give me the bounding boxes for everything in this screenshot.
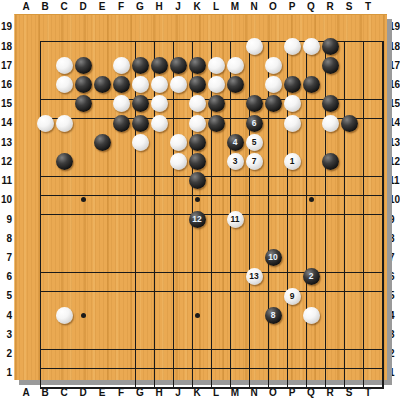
point-G13[interactable] — [131, 133, 150, 152]
point-P9[interactable] — [283, 210, 302, 229]
point-H2[interactable] — [150, 344, 169, 363]
point-S7[interactable] — [340, 248, 359, 267]
point-P16[interactable] — [283, 75, 302, 94]
point-K7[interactable] — [188, 248, 207, 267]
point-M17[interactable] — [226, 56, 245, 75]
point-A9[interactable] — [17, 210, 36, 229]
point-M8[interactable] — [226, 229, 245, 248]
point-H14[interactable] — [150, 113, 169, 132]
point-A14[interactable] — [17, 113, 36, 132]
point-S18[interactable] — [340, 37, 359, 56]
point-O9[interactable] — [264, 210, 283, 229]
point-F1[interactable] — [112, 363, 131, 382]
point-H15[interactable] — [150, 94, 169, 113]
point-T15[interactable] — [359, 94, 378, 113]
point-P7[interactable] — [283, 248, 302, 267]
point-L8[interactable] — [207, 229, 226, 248]
point-F12[interactable] — [112, 152, 131, 171]
point-N16[interactable] — [245, 75, 264, 94]
point-T9[interactable] — [359, 210, 378, 229]
point-P12[interactable]: 1 — [283, 152, 302, 171]
point-K11[interactable] — [188, 171, 207, 190]
point-E19[interactable] — [93, 17, 112, 36]
point-G15[interactable] — [131, 94, 150, 113]
point-C14[interactable] — [55, 113, 74, 132]
point-Q2[interactable] — [302, 344, 321, 363]
point-K4[interactable] — [188, 306, 207, 325]
point-R13[interactable] — [321, 133, 340, 152]
point-S12[interactable] — [340, 152, 359, 171]
point-G12[interactable] — [131, 152, 150, 171]
point-P1[interactable] — [283, 363, 302, 382]
point-A19[interactable] — [17, 17, 36, 36]
point-A16[interactable] — [17, 75, 36, 94]
point-F16[interactable] — [112, 75, 131, 94]
point-Q10[interactable] — [302, 190, 321, 209]
point-Q9[interactable] — [302, 210, 321, 229]
point-C13[interactable] — [55, 133, 74, 152]
point-K5[interactable] — [188, 286, 207, 305]
point-H13[interactable] — [150, 133, 169, 152]
point-H18[interactable] — [150, 37, 169, 56]
point-E13[interactable] — [93, 133, 112, 152]
point-R19[interactable] — [321, 17, 340, 36]
point-F17[interactable] — [112, 56, 131, 75]
point-C4[interactable] — [55, 306, 74, 325]
point-B4[interactable] — [36, 306, 55, 325]
point-O12[interactable] — [264, 152, 283, 171]
point-P2[interactable] — [283, 344, 302, 363]
point-F3[interactable] — [112, 325, 131, 344]
point-T12[interactable] — [359, 152, 378, 171]
point-M4[interactable] — [226, 306, 245, 325]
point-C8[interactable] — [55, 229, 74, 248]
point-C1[interactable] — [55, 363, 74, 382]
point-R10[interactable] — [321, 190, 340, 209]
point-C15[interactable] — [55, 94, 74, 113]
point-Q11[interactable] — [302, 171, 321, 190]
point-B11[interactable] — [36, 171, 55, 190]
point-S11[interactable] — [340, 171, 359, 190]
point-H16[interactable] — [150, 75, 169, 94]
point-J12[interactable] — [169, 152, 188, 171]
point-G10[interactable] — [131, 190, 150, 209]
point-J6[interactable] — [169, 267, 188, 286]
point-S16[interactable] — [340, 75, 359, 94]
point-B3[interactable] — [36, 325, 55, 344]
point-S13[interactable] — [340, 133, 359, 152]
point-C9[interactable] — [55, 210, 74, 229]
point-G9[interactable] — [131, 210, 150, 229]
point-D6[interactable] — [74, 267, 93, 286]
point-L1[interactable] — [207, 363, 226, 382]
point-O3[interactable] — [264, 325, 283, 344]
point-M9[interactable]: 11 — [226, 210, 245, 229]
point-B14[interactable] — [36, 113, 55, 132]
point-K17[interactable] — [188, 56, 207, 75]
point-K18[interactable] — [188, 37, 207, 56]
point-H10[interactable] — [150, 190, 169, 209]
point-M7[interactable] — [226, 248, 245, 267]
point-P19[interactable] — [283, 17, 302, 36]
point-H11[interactable] — [150, 171, 169, 190]
point-M14[interactable] — [226, 113, 245, 132]
point-R17[interactable] — [321, 56, 340, 75]
point-G14[interactable] — [131, 113, 150, 132]
point-T3[interactable] — [359, 325, 378, 344]
point-O19[interactable] — [264, 17, 283, 36]
point-J18[interactable] — [169, 37, 188, 56]
point-L13[interactable] — [207, 133, 226, 152]
point-E8[interactable] — [93, 229, 112, 248]
point-N5[interactable] — [245, 286, 264, 305]
point-J11[interactable] — [169, 171, 188, 190]
point-Q14[interactable] — [302, 113, 321, 132]
point-F19[interactable] — [112, 17, 131, 36]
point-R8[interactable] — [321, 229, 340, 248]
point-R3[interactable] — [321, 325, 340, 344]
point-G2[interactable] — [131, 344, 150, 363]
point-D18[interactable] — [74, 37, 93, 56]
point-O8[interactable] — [264, 229, 283, 248]
point-B12[interactable] — [36, 152, 55, 171]
point-A1[interactable] — [17, 363, 36, 382]
point-B1[interactable] — [36, 363, 55, 382]
point-B18[interactable] — [36, 37, 55, 56]
point-T2[interactable] — [359, 344, 378, 363]
point-F7[interactable] — [112, 248, 131, 267]
point-H6[interactable] — [150, 267, 169, 286]
point-G16[interactable] — [131, 75, 150, 94]
point-K6[interactable] — [188, 267, 207, 286]
point-K1[interactable] — [188, 363, 207, 382]
point-S15[interactable] — [340, 94, 359, 113]
point-C19[interactable] — [55, 17, 74, 36]
point-B13[interactable] — [36, 133, 55, 152]
point-H19[interactable] — [150, 17, 169, 36]
point-A6[interactable] — [17, 267, 36, 286]
point-Q15[interactable] — [302, 94, 321, 113]
point-O7[interactable]: 10 — [264, 248, 283, 267]
point-T1[interactable] — [359, 363, 378, 382]
point-G8[interactable] — [131, 229, 150, 248]
point-O11[interactable] — [264, 171, 283, 190]
point-R5[interactable] — [321, 286, 340, 305]
point-T7[interactable] — [359, 248, 378, 267]
point-P4[interactable] — [283, 306, 302, 325]
point-M16[interactable] — [226, 75, 245, 94]
point-O4[interactable]: 8 — [264, 306, 283, 325]
point-M10[interactable] — [226, 190, 245, 209]
point-E16[interactable] — [93, 75, 112, 94]
point-E3[interactable] — [93, 325, 112, 344]
point-E9[interactable] — [93, 210, 112, 229]
point-H7[interactable] — [150, 248, 169, 267]
point-K14[interactable] — [188, 113, 207, 132]
point-D9[interactable] — [74, 210, 93, 229]
point-T13[interactable] — [359, 133, 378, 152]
point-T5[interactable] — [359, 286, 378, 305]
point-M6[interactable] — [226, 267, 245, 286]
point-A7[interactable] — [17, 248, 36, 267]
point-P18[interactable] — [283, 37, 302, 56]
point-D8[interactable] — [74, 229, 93, 248]
point-F18[interactable] — [112, 37, 131, 56]
point-T6[interactable] — [359, 267, 378, 286]
point-M13[interactable]: 4 — [226, 133, 245, 152]
point-Q18[interactable] — [302, 37, 321, 56]
point-D2[interactable] — [74, 344, 93, 363]
point-E17[interactable] — [93, 56, 112, 75]
point-P10[interactable] — [283, 190, 302, 209]
point-M12[interactable]: 3 — [226, 152, 245, 171]
point-P6[interactable] — [283, 267, 302, 286]
point-H12[interactable] — [150, 152, 169, 171]
point-R12[interactable] — [321, 152, 340, 171]
point-J2[interactable] — [169, 344, 188, 363]
point-L6[interactable] — [207, 267, 226, 286]
point-Q19[interactable] — [302, 17, 321, 36]
point-N6[interactable]: 13 — [245, 267, 264, 286]
point-R4[interactable] — [321, 306, 340, 325]
point-J5[interactable] — [169, 286, 188, 305]
point-L10[interactable] — [207, 190, 226, 209]
point-L9[interactable] — [207, 210, 226, 229]
point-M5[interactable] — [226, 286, 245, 305]
point-C5[interactable] — [55, 286, 74, 305]
point-M11[interactable] — [226, 171, 245, 190]
point-L12[interactable] — [207, 152, 226, 171]
point-Q1[interactable] — [302, 363, 321, 382]
point-O1[interactable] — [264, 363, 283, 382]
point-E4[interactable] — [93, 306, 112, 325]
point-C10[interactable] — [55, 190, 74, 209]
point-S14[interactable] — [340, 113, 359, 132]
point-J13[interactable] — [169, 133, 188, 152]
point-A3[interactable] — [17, 325, 36, 344]
point-L18[interactable] — [207, 37, 226, 56]
point-F15[interactable] — [112, 94, 131, 113]
point-A17[interactable] — [17, 56, 36, 75]
point-N7[interactable] — [245, 248, 264, 267]
point-E14[interactable] — [93, 113, 112, 132]
point-N2[interactable] — [245, 344, 264, 363]
point-K19[interactable] — [188, 17, 207, 36]
point-G1[interactable] — [131, 363, 150, 382]
point-K3[interactable] — [188, 325, 207, 344]
point-L19[interactable] — [207, 17, 226, 36]
point-R9[interactable] — [321, 210, 340, 229]
point-T4[interactable] — [359, 306, 378, 325]
point-A4[interactable] — [17, 306, 36, 325]
point-T10[interactable] — [359, 190, 378, 209]
point-O14[interactable] — [264, 113, 283, 132]
point-J1[interactable] — [169, 363, 188, 382]
point-E1[interactable] — [93, 363, 112, 382]
point-O2[interactable] — [264, 344, 283, 363]
point-M1[interactable] — [226, 363, 245, 382]
point-B6[interactable] — [36, 267, 55, 286]
point-R14[interactable] — [321, 113, 340, 132]
point-D12[interactable] — [74, 152, 93, 171]
point-A12[interactable] — [17, 152, 36, 171]
point-E7[interactable] — [93, 248, 112, 267]
point-N9[interactable] — [245, 210, 264, 229]
point-C18[interactable] — [55, 37, 74, 56]
point-D1[interactable] — [74, 363, 93, 382]
point-J4[interactable] — [169, 306, 188, 325]
point-B9[interactable] — [36, 210, 55, 229]
point-F5[interactable] — [112, 286, 131, 305]
point-E5[interactable] — [93, 286, 112, 305]
point-H4[interactable] — [150, 306, 169, 325]
point-B8[interactable] — [36, 229, 55, 248]
point-Q12[interactable] — [302, 152, 321, 171]
point-R11[interactable] — [321, 171, 340, 190]
point-B10[interactable] — [36, 190, 55, 209]
point-A10[interactable] — [17, 190, 36, 209]
point-G11[interactable] — [131, 171, 150, 190]
point-S5[interactable] — [340, 286, 359, 305]
point-P14[interactable] — [283, 113, 302, 132]
point-F2[interactable] — [112, 344, 131, 363]
point-B17[interactable] — [36, 56, 55, 75]
point-G17[interactable] — [131, 56, 150, 75]
point-M18[interactable] — [226, 37, 245, 56]
point-K15[interactable] — [188, 94, 207, 113]
point-R2[interactable] — [321, 344, 340, 363]
point-J7[interactable] — [169, 248, 188, 267]
point-K12[interactable] — [188, 152, 207, 171]
point-J19[interactable] — [169, 17, 188, 36]
point-N10[interactable] — [245, 190, 264, 209]
point-S3[interactable] — [340, 325, 359, 344]
point-N3[interactable] — [245, 325, 264, 344]
point-R15[interactable] — [321, 94, 340, 113]
point-H17[interactable] — [150, 56, 169, 75]
point-H8[interactable] — [150, 229, 169, 248]
point-K8[interactable] — [188, 229, 207, 248]
point-F14[interactable] — [112, 113, 131, 132]
point-B5[interactable] — [36, 286, 55, 305]
point-P17[interactable] — [283, 56, 302, 75]
point-Q8[interactable] — [302, 229, 321, 248]
point-E15[interactable] — [93, 94, 112, 113]
point-Q3[interactable] — [302, 325, 321, 344]
point-O5[interactable] — [264, 286, 283, 305]
point-P15[interactable] — [283, 94, 302, 113]
point-R6[interactable] — [321, 267, 340, 286]
point-L16[interactable] — [207, 75, 226, 94]
point-E2[interactable] — [93, 344, 112, 363]
point-B16[interactable] — [36, 75, 55, 94]
point-C3[interactable] — [55, 325, 74, 344]
point-N18[interactable] — [245, 37, 264, 56]
point-D17[interactable] — [74, 56, 93, 75]
point-F13[interactable] — [112, 133, 131, 152]
point-N17[interactable] — [245, 56, 264, 75]
point-R18[interactable] — [321, 37, 340, 56]
point-O13[interactable] — [264, 133, 283, 152]
point-A2[interactable] — [17, 344, 36, 363]
point-T18[interactable] — [359, 37, 378, 56]
point-N15[interactable] — [245, 94, 264, 113]
point-F10[interactable] — [112, 190, 131, 209]
point-P13[interactable] — [283, 133, 302, 152]
point-D19[interactable] — [74, 17, 93, 36]
point-C17[interactable] — [55, 56, 74, 75]
point-S8[interactable] — [340, 229, 359, 248]
point-E11[interactable] — [93, 171, 112, 190]
point-S6[interactable] — [340, 267, 359, 286]
point-L3[interactable] — [207, 325, 226, 344]
point-J10[interactable] — [169, 190, 188, 209]
point-Q13[interactable] — [302, 133, 321, 152]
point-F11[interactable] — [112, 171, 131, 190]
point-Q17[interactable] — [302, 56, 321, 75]
point-S17[interactable] — [340, 56, 359, 75]
point-C11[interactable] — [55, 171, 74, 190]
point-C16[interactable] — [55, 75, 74, 94]
point-S10[interactable] — [340, 190, 359, 209]
point-J15[interactable] — [169, 94, 188, 113]
point-F4[interactable] — [112, 306, 131, 325]
point-J14[interactable] — [169, 113, 188, 132]
point-H5[interactable] — [150, 286, 169, 305]
point-T14[interactable] — [359, 113, 378, 132]
point-A5[interactable] — [17, 286, 36, 305]
point-H9[interactable] — [150, 210, 169, 229]
point-N8[interactable] — [245, 229, 264, 248]
point-A13[interactable] — [17, 133, 36, 152]
point-G3[interactable] — [131, 325, 150, 344]
point-C6[interactable] — [55, 267, 74, 286]
point-L2[interactable] — [207, 344, 226, 363]
point-J9[interactable] — [169, 210, 188, 229]
point-G6[interactable] — [131, 267, 150, 286]
point-O16[interactable] — [264, 75, 283, 94]
point-K13[interactable] — [188, 133, 207, 152]
point-H3[interactable] — [150, 325, 169, 344]
point-G4[interactable] — [131, 306, 150, 325]
point-L5[interactable] — [207, 286, 226, 305]
point-D11[interactable] — [74, 171, 93, 190]
point-K16[interactable] — [188, 75, 207, 94]
point-N14[interactable]: 6 — [245, 113, 264, 132]
point-D3[interactable] — [74, 325, 93, 344]
point-M15[interactable] — [226, 94, 245, 113]
point-Q4[interactable] — [302, 306, 321, 325]
point-P5[interactable]: 9 — [283, 286, 302, 305]
point-L7[interactable] — [207, 248, 226, 267]
point-K9[interactable]: 12 — [188, 210, 207, 229]
point-Q6[interactable]: 2 — [302, 267, 321, 286]
point-S4[interactable] — [340, 306, 359, 325]
point-K2[interactable] — [188, 344, 207, 363]
point-S19[interactable] — [340, 17, 359, 36]
point-T11[interactable] — [359, 171, 378, 190]
point-M3[interactable] — [226, 325, 245, 344]
point-T17[interactable] — [359, 56, 378, 75]
point-Q16[interactable] — [302, 75, 321, 94]
point-N11[interactable] — [245, 171, 264, 190]
point-L15[interactable] — [207, 94, 226, 113]
point-B19[interactable] — [36, 17, 55, 36]
point-G19[interactable] — [131, 17, 150, 36]
point-C2[interactable] — [55, 344, 74, 363]
point-J3[interactable] — [169, 325, 188, 344]
point-D13[interactable] — [74, 133, 93, 152]
